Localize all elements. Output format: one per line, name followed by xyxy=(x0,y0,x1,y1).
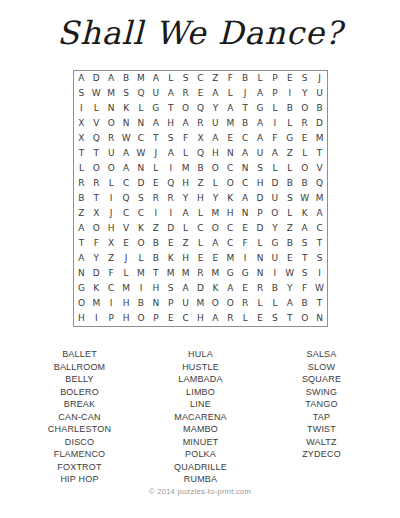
grid-cell-r4c7: H xyxy=(163,116,178,131)
grid-cell-r17c15: T xyxy=(282,311,297,326)
word-list-item: SQUARE xyxy=(261,373,382,386)
word-list-item: FOXTROT xyxy=(19,461,140,474)
grid-cell-r3c10: Y xyxy=(208,101,223,116)
grid-cell-r1c15: E xyxy=(282,71,297,86)
grid-cell-r9c1: B xyxy=(74,191,89,206)
grid-cell-r11c9: C xyxy=(193,221,208,236)
word-list-item: TANGO xyxy=(261,398,382,411)
grid-cell-r16c11: O xyxy=(223,296,238,311)
grid-cell-r8c3: L xyxy=(104,176,119,191)
grid-cell-r2c2: W xyxy=(89,86,104,101)
word-list-item: BREAK xyxy=(19,398,140,411)
grid-cell-r10c3: J xyxy=(104,206,119,221)
grid-cell-r6c14: A xyxy=(267,146,282,161)
word-list-item: MAMBO xyxy=(140,423,261,436)
grid-cell-r7c4: A xyxy=(119,161,134,176)
grid-cell-r9c11: K xyxy=(223,191,238,206)
word-list-item: FLAMENCO xyxy=(19,448,140,461)
word-list-item: BALLROOM xyxy=(19,361,140,374)
word-list-item: WALTZ xyxy=(261,436,382,449)
grid-cell-r17c5: O xyxy=(134,311,149,326)
grid-cell-r6c3: U xyxy=(104,146,119,161)
grid-cell-r5c12: C xyxy=(238,131,253,146)
grid-cell-r4c5: N xyxy=(134,116,149,131)
grid-cell-r7c17: V xyxy=(312,161,327,176)
grid-cell-r2c14: P xyxy=(267,86,282,101)
word-list-item: MACARENA xyxy=(140,411,261,424)
grid-cell-r6c15: Z xyxy=(282,146,297,161)
grid-cell-r9c15: S xyxy=(282,191,297,206)
grid-cell-r8c14: D xyxy=(267,176,282,191)
grid-cell-r4c12: B xyxy=(238,116,253,131)
grid-cell-r15c14: B xyxy=(267,281,282,296)
grid-cell-r10c7: I xyxy=(163,206,178,221)
grid-cell-r6c17: T xyxy=(312,146,327,161)
grid-cell-r16c13: L xyxy=(253,296,268,311)
word-search-page: Shall We Dance? ADABMALSCZFBLPESJSWMSQUA… xyxy=(0,0,400,518)
grid-cell-r15c4: M xyxy=(119,281,134,296)
grid-cell-r1c11: F xyxy=(223,71,238,86)
grid-cell-r2c17: U xyxy=(312,86,327,101)
word-list-item: LAMBADA xyxy=(140,373,261,386)
grid-cell-r12c17: T xyxy=(312,236,327,251)
grid-cell-r7c16: O xyxy=(297,161,312,176)
grid-cell-r15c2: K xyxy=(89,281,104,296)
grid-cell-r3c15: B xyxy=(282,101,297,116)
grid-cell-r9c12: A xyxy=(238,191,253,206)
grid-cell-r3c9: Q xyxy=(193,101,208,116)
puzzle-title: Shall We Dance? xyxy=(0,14,400,52)
grid-cell-r17c4: H xyxy=(119,311,134,326)
word-list-item: BALLET xyxy=(19,348,140,361)
grid-cell-r11c16: A xyxy=(297,221,312,236)
word-list-item: CAN-CAN xyxy=(19,411,140,424)
grid-cell-r14c16: S xyxy=(297,266,312,281)
word-column-2: HULAHUSTLELAMBADALIMBOLINEMACARENAMAMBOM… xyxy=(140,348,261,486)
grid-cell-r12c12: F xyxy=(238,236,253,251)
grid-cell-r3c5: L xyxy=(134,101,149,116)
grid-cell-r17c2: I xyxy=(89,311,104,326)
grid-cell-r17c17: N xyxy=(312,311,327,326)
grid-cell-r2c4: S xyxy=(119,86,134,101)
grid-cell-r10c1: Z xyxy=(74,206,89,221)
grid-cell-r17c1: H xyxy=(74,311,89,326)
grid-cell-r9c14: U xyxy=(267,191,282,206)
grid-cell-r6c11: N xyxy=(223,146,238,161)
grid-cell-r4c13: A xyxy=(253,116,268,131)
grid-cell-r7c15: L xyxy=(282,161,297,176)
grid-cell-r5c3: R xyxy=(104,131,119,146)
grid-cell-r16c9: M xyxy=(193,296,208,311)
grid-cell-r5c16: E xyxy=(297,131,312,146)
grid-cell-r15c1: G xyxy=(74,281,89,296)
grid-cell-r10c16: K xyxy=(297,206,312,221)
grid-cell-r4c9: R xyxy=(193,116,208,131)
grid-cell-r12c4: E xyxy=(119,236,134,251)
grid-cell-r16c6: N xyxy=(148,296,163,311)
grid-cell-r12c16: S xyxy=(297,236,312,251)
grid-cell-r11c10: O xyxy=(208,221,223,236)
grid-cell-r14c17: I xyxy=(312,266,327,281)
grid-cell-r5c5: C xyxy=(134,131,149,146)
grid-cell-r10c10: M xyxy=(208,206,223,221)
grid-cell-r8c12: C xyxy=(238,176,253,191)
grid-cell-r4c17: D xyxy=(312,116,327,131)
grid-cell-r15c17: W xyxy=(312,281,327,296)
grid-cell-r5c15: G xyxy=(282,131,297,146)
grid-cell-r11c5: K xyxy=(134,221,149,236)
grid-cell-r4c4: N xyxy=(119,116,134,131)
grid-cell-r15c13: R xyxy=(253,281,268,296)
word-list-item: RUMBA xyxy=(140,473,261,486)
grid-cell-r7c2: O xyxy=(89,161,104,176)
word-list: BALLETBALLROOMBELLYBOLEROBREAKCAN-CANCHA… xyxy=(19,348,382,486)
grid-cell-r16c16: B xyxy=(297,296,312,311)
grid-cell-r14c4: L xyxy=(119,266,134,281)
grid-cell-r1c4: B xyxy=(119,71,134,86)
grid-cell-r8c8: H xyxy=(178,176,193,191)
grid-cell-r3c16: O xyxy=(297,101,312,116)
grid-cell-r17c16: O xyxy=(297,311,312,326)
grid-cell-r8c15: B xyxy=(282,176,297,191)
grid-cell-r15c7: S xyxy=(163,281,178,296)
grid-cell-r16c4: H xyxy=(119,296,134,311)
grid-cell-r8c9: Z xyxy=(193,176,208,191)
grid-cell-r12c9: L xyxy=(193,236,208,251)
grid-cell-r9c9: H xyxy=(193,191,208,206)
grid-cell-r8c4: C xyxy=(119,176,134,191)
grid-cell-r2c16: Y xyxy=(297,86,312,101)
grid-cell-r5c10: A xyxy=(208,131,223,146)
grid-cell-r10c15: L xyxy=(282,206,297,221)
grid-cell-r14c10: M xyxy=(208,266,223,281)
grid-cell-r6c10: H xyxy=(208,146,223,161)
grid-cell-r10c4: C xyxy=(119,206,134,221)
grid-cell-r5c14: F xyxy=(267,131,282,146)
grid-cell-r13c1: A xyxy=(74,251,89,266)
grid-cell-r2c12: J xyxy=(238,86,253,101)
grid-cell-r2c10: A xyxy=(208,86,223,101)
grid-cell-r17c14: S xyxy=(267,311,282,326)
grid-cell-r8c11: O xyxy=(223,176,238,191)
grid-cell-r3c2: L xyxy=(89,101,104,116)
grid-cell-r17c8: C xyxy=(178,311,193,326)
grid-cell-r14c15: W xyxy=(282,266,297,281)
grid-cell-r1c13: L xyxy=(253,71,268,86)
word-list-item: SWING xyxy=(261,386,382,399)
grid-cell-r9c8: Y xyxy=(178,191,193,206)
grid-cell-r1c16: S xyxy=(297,71,312,86)
grid-cell-r17c10: A xyxy=(208,311,223,326)
grid-cell-r7c10: O xyxy=(208,161,223,176)
grid-cell-r5c11: E xyxy=(223,131,238,146)
grid-cell-r4c3: O xyxy=(104,116,119,131)
grid-cell-r15c3: C xyxy=(104,281,119,296)
grid-cell-r7c12: N xyxy=(238,161,253,176)
word-list-item: HIP HOP xyxy=(19,473,140,486)
grid-cell-r9c6: R xyxy=(148,191,163,206)
grid-cell-r6c5: W xyxy=(134,146,149,161)
grid-cell-r11c3: H xyxy=(104,221,119,236)
grid-cell-r1c8: S xyxy=(178,71,193,86)
grid-cell-r4c2: V xyxy=(89,116,104,131)
grid-cell-r7c13: S xyxy=(253,161,268,176)
grid-cell-r8c1: R xyxy=(74,176,89,191)
grid-cell-r15c10: K xyxy=(208,281,223,296)
grid-cell-r16c8: U xyxy=(178,296,193,311)
grid-cell-r13c2: Y xyxy=(89,251,104,266)
grid-cell-r12c1: T xyxy=(74,236,89,251)
grid-cell-r8c7: Q xyxy=(163,176,178,191)
grid-cell-r16c12: R xyxy=(238,296,253,311)
grid-cell-r5c8: F xyxy=(178,131,193,146)
grid-cell-r15c6: H xyxy=(148,281,163,296)
grid-cell-r8c6: E xyxy=(148,176,163,191)
grid-cell-r13c11: M xyxy=(223,251,238,266)
grid-cell-r10c14: O xyxy=(267,206,282,221)
grid-cell-r10c9: L xyxy=(193,206,208,221)
grid-cell-r1c14: P xyxy=(267,71,282,86)
word-list-item: LIMBO xyxy=(140,386,261,399)
grid-cell-r10c12: N xyxy=(238,206,253,221)
grid-cell-r4c14: I xyxy=(267,116,282,131)
grid-cell-r6c12: A xyxy=(238,146,253,161)
grid-cell-r11c13: D xyxy=(253,221,268,236)
grid-cell-r6c8: L xyxy=(178,146,193,161)
grid-cell-r9c10: Y xyxy=(208,191,223,206)
grid-cell-r7c6: L xyxy=(148,161,163,176)
grid-cell-r6c13: U xyxy=(253,146,268,161)
grid-cell-r9c4: Q xyxy=(119,191,134,206)
grid-cell-r11c7: D xyxy=(163,221,178,236)
grid-cell-r1c5: M xyxy=(134,71,149,86)
word-list-item: HULA xyxy=(140,348,261,361)
grid-cell-r9c17: M xyxy=(312,191,327,206)
word-list-item: ZYDECO xyxy=(261,448,382,461)
grid-cell-r7c1: L xyxy=(74,161,89,176)
grid-cell-r1c12: B xyxy=(238,71,253,86)
grid-cell-r6c6: J xyxy=(148,146,163,161)
grid-cell-r16c7: P xyxy=(163,296,178,311)
grid-cell-r3c11: A xyxy=(223,101,238,116)
grid-cell-r7c5: N xyxy=(134,161,149,176)
grid-cell-r10c6: I xyxy=(148,206,163,221)
grid-cell-r17c12: L xyxy=(238,311,253,326)
word-column-3: SALSASLOWSQUARESWINGTANGOTAPTWISTWALTZZY… xyxy=(261,348,382,486)
grid-cell-r13c12: I xyxy=(238,251,253,266)
grid-cell-r10c17: A xyxy=(312,206,327,221)
grid-cell-r14c1: N xyxy=(74,266,89,281)
grid-cell-r1c7: L xyxy=(163,71,178,86)
grid-cell-r13c16: T xyxy=(297,251,312,266)
grid-cell-r4c10: U xyxy=(208,116,223,131)
grid-cell-r5c1: X xyxy=(74,131,89,146)
grid-cell-r4c1: X xyxy=(74,116,89,131)
word-list-item: TWIST xyxy=(261,423,382,436)
grid-cell-r3c3: N xyxy=(104,101,119,116)
grid-cell-r8c2: R xyxy=(89,176,104,191)
grid-cell-r14c8: M xyxy=(178,266,193,281)
grid-cell-r1c10: Z xyxy=(208,71,223,86)
grid-cell-r3c14: L xyxy=(267,101,282,116)
grid-cell-r12c10: A xyxy=(208,236,223,251)
grid-cell-r2c15: I xyxy=(282,86,297,101)
grid-cell-r12c2: F xyxy=(89,236,104,251)
grid-cell-r5c2: Q xyxy=(89,131,104,146)
grid-cell-r15c15: Y xyxy=(282,281,297,296)
grid-cell-r16c10: O xyxy=(208,296,223,311)
grid-cell-r15c12: E xyxy=(238,281,253,296)
word-list-item: BELLY xyxy=(19,373,140,386)
word-list-item: BOLERO xyxy=(19,386,140,399)
grid-cell-r11c17: C xyxy=(312,221,327,236)
grid-cell-r8c10: L xyxy=(208,176,223,191)
grid-cell-r10c5: C xyxy=(134,206,149,221)
grid-cell-r3c6: G xyxy=(148,101,163,116)
grid-cell-r4c15: L xyxy=(282,116,297,131)
grid-cell-r14c3: F xyxy=(104,266,119,281)
grid-cell-r3c4: K xyxy=(119,101,134,116)
grid-cell-r11c12: E xyxy=(238,221,253,236)
grid-cell-r2c6: U xyxy=(148,86,163,101)
grid-cell-r11c11: C xyxy=(223,221,238,236)
grid-cell-r12c14: G xyxy=(267,236,282,251)
grid-cell-r5c6: T xyxy=(148,131,163,146)
grid-cell-r8c5: D xyxy=(134,176,149,191)
grid-cell-r2c3: M xyxy=(104,86,119,101)
grid-cell-r8c13: H xyxy=(253,176,268,191)
grid-cell-r16c5: B xyxy=(134,296,149,311)
word-list-item: CHARLESTON xyxy=(19,423,140,436)
grid-cell-r15c9: D xyxy=(193,281,208,296)
grid-cell-r5c13: A xyxy=(253,131,268,146)
grid-cell-r8c16: B xyxy=(297,176,312,191)
grid-cell-r10c2: X xyxy=(89,206,104,221)
grid-cell-r2c5: Q xyxy=(134,86,149,101)
grid-cell-r7c14: L xyxy=(267,161,282,176)
grid-cell-r13c3: Z xyxy=(104,251,119,266)
word-list-item: SALSA xyxy=(261,348,382,361)
grid-cell-r7c8: M xyxy=(178,161,193,176)
grid-cell-r2c9: E xyxy=(193,86,208,101)
grid-cell-r12c15: B xyxy=(282,236,297,251)
grid-cell-r2c13: A xyxy=(253,86,268,101)
grid-cell-r13c14: U xyxy=(267,251,282,266)
grid-cell-r17c3: P xyxy=(104,311,119,326)
grid-cell-r11c1: A xyxy=(74,221,89,236)
grid-cell-r11c8: L xyxy=(178,221,193,236)
grid-cell-r6c7: A xyxy=(163,146,178,161)
grid-cell-r9c16: W xyxy=(297,191,312,206)
grid-cell-r10c11: H xyxy=(223,206,238,221)
grid-cell-r2c7: A xyxy=(163,86,178,101)
grid-cell-r13c7: K xyxy=(163,251,178,266)
grid-cell-r12c3: X xyxy=(104,236,119,251)
letter-grid: ADABMALSCZFBLPESJSWMSQUAREALJAPIYUILNKLG… xyxy=(73,70,328,327)
grid-cell-r15c11: A xyxy=(223,281,238,296)
grid-cell-r15c5: I xyxy=(134,281,149,296)
grid-cell-r5c4: W xyxy=(119,131,134,146)
grid-cell-r3c8: O xyxy=(178,101,193,116)
grid-cell-r10c8: A xyxy=(178,206,193,221)
grid-cell-r3c12: T xyxy=(238,101,253,116)
grid-cell-r13c10: E xyxy=(208,251,223,266)
grid-cell-r14c5: M xyxy=(134,266,149,281)
grid-cell-r13c8: H xyxy=(178,251,193,266)
grid-cell-r13c6: B xyxy=(148,251,163,266)
grid-cell-r16c14: L xyxy=(267,296,282,311)
grid-cell-r14c11: G xyxy=(223,266,238,281)
grid-cell-r2c8: R xyxy=(178,86,193,101)
grid-cell-r7c11: C xyxy=(223,161,238,176)
grid-cell-r9c13: D xyxy=(253,191,268,206)
word-list-item: TAP xyxy=(261,411,382,424)
word-list-item: SLOW xyxy=(261,361,382,374)
grid-cell-r4c6: A xyxy=(148,116,163,131)
grid-cell-r11c14: Y xyxy=(267,221,282,236)
grid-cell-r4c8: A xyxy=(178,116,193,131)
grid-cell-r1c2: D xyxy=(89,71,104,86)
grid-cell-r11c4: V xyxy=(119,221,134,236)
word-list-item: DISCO xyxy=(19,436,140,449)
grid-cell-r9c5: S xyxy=(134,191,149,206)
grid-cell-r14c9: R xyxy=(193,266,208,281)
word-list-item: MINUET xyxy=(140,436,261,449)
word-list-item: POLKA xyxy=(140,448,261,461)
grid-cell-r5c7: S xyxy=(163,131,178,146)
grid-cell-r17c13: E xyxy=(253,311,268,326)
grid-cell-r7c9: B xyxy=(193,161,208,176)
grid-cell-r16c17: T xyxy=(312,296,327,311)
grid-cell-r12c8: Z xyxy=(178,236,193,251)
grid-cell-r13c4: J xyxy=(119,251,134,266)
grid-cell-r11c2: O xyxy=(89,221,104,236)
grid-cell-r4c11: M xyxy=(223,116,238,131)
word-column-1: BALLETBALLROOMBELLYBOLEROBREAKCAN-CANCHA… xyxy=(19,348,140,486)
grid-cell-r12c11: C xyxy=(223,236,238,251)
grid-cell-r13c17: S xyxy=(312,251,327,266)
grid-cell-r16c15: A xyxy=(282,296,297,311)
grid-cell-r5c17: M xyxy=(312,131,327,146)
grid-cell-r12c6: B xyxy=(148,236,163,251)
grid-cell-r13c5: L xyxy=(134,251,149,266)
grid-cell-r14c12: G xyxy=(238,266,253,281)
grid-cell-r14c6: T xyxy=(148,266,163,281)
grid-cell-r17c9: H xyxy=(193,311,208,326)
grid-cell-r14c14: I xyxy=(267,266,282,281)
grid-cell-r15c8: A xyxy=(178,281,193,296)
grid-cell-r4c16: R xyxy=(297,116,312,131)
grid-cell-r12c13: L xyxy=(253,236,268,251)
grid-cell-r10c13: P xyxy=(253,206,268,221)
grid-cell-r3c7: T xyxy=(163,101,178,116)
grid-cell-r12c7: E xyxy=(163,236,178,251)
grid-cell-r6c1: T xyxy=(74,146,89,161)
grid-cell-r17c7: E xyxy=(163,311,178,326)
grid-cell-r9c3: I xyxy=(104,191,119,206)
grid-cell-r2c1: S xyxy=(74,86,89,101)
word-list-item: LINE xyxy=(140,398,261,411)
grid-cell-r1c3: A xyxy=(104,71,119,86)
grid-cell-r8c17: Q xyxy=(312,176,327,191)
grid-cell-r3c1: I xyxy=(74,101,89,116)
grid-cell-r17c6: P xyxy=(148,311,163,326)
grid-cell-r16c1: O xyxy=(74,296,89,311)
grid-cell-r1c1: A xyxy=(74,71,89,86)
grid-cell-r11c15: Z xyxy=(282,221,297,236)
grid-cell-r14c13: N xyxy=(253,266,268,281)
grid-cell-r6c4: A xyxy=(119,146,134,161)
